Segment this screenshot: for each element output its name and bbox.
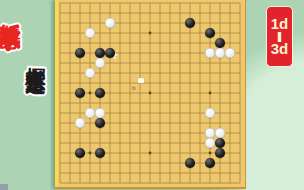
stone-white bbox=[85, 68, 95, 78]
stone-black bbox=[105, 48, 115, 58]
stone-black bbox=[185, 158, 195, 168]
hover-marker bbox=[138, 78, 144, 84]
video-frame: 斩断实战恶手 探索棋之正道 b 1d | 3d bbox=[0, 0, 304, 190]
subtitle-fragment bbox=[0, 184, 8, 190]
stone-white bbox=[225, 48, 235, 58]
stone-black bbox=[205, 158, 215, 168]
stone-white bbox=[205, 138, 215, 148]
stone-white bbox=[205, 108, 215, 118]
stone-black bbox=[95, 48, 105, 58]
stone-white bbox=[95, 108, 105, 118]
stone-black bbox=[75, 48, 85, 58]
stone-black bbox=[75, 148, 85, 158]
stone-white bbox=[75, 118, 85, 128]
stone-black bbox=[205, 28, 215, 38]
stone-black bbox=[215, 138, 225, 148]
stone-black bbox=[95, 88, 105, 98]
go-board[interactable]: b bbox=[55, 0, 246, 189]
stone-white bbox=[85, 108, 95, 118]
rank-divider: | bbox=[276, 32, 283, 41]
stone-black bbox=[75, 88, 85, 98]
slogan-text: 探索棋之正道 bbox=[23, 51, 50, 60]
stone-black bbox=[185, 18, 195, 28]
stone-black bbox=[95, 148, 105, 158]
stone-white bbox=[215, 48, 225, 58]
stone-white bbox=[105, 18, 115, 28]
rank-bottom: 3d bbox=[271, 41, 289, 57]
stone-white bbox=[205, 128, 215, 138]
rank-badge: 1d | 3d bbox=[266, 6, 293, 67]
stone-white bbox=[205, 48, 215, 58]
left-banner-text: 斩断实战恶手 bbox=[0, 7, 24, 13]
label-b: b bbox=[132, 85, 136, 91]
stone-white bbox=[85, 28, 95, 38]
stone-black bbox=[215, 148, 225, 158]
stone-black bbox=[215, 38, 225, 48]
stone-white bbox=[95, 58, 105, 68]
stone-black bbox=[95, 118, 105, 128]
stone-white bbox=[215, 128, 225, 138]
